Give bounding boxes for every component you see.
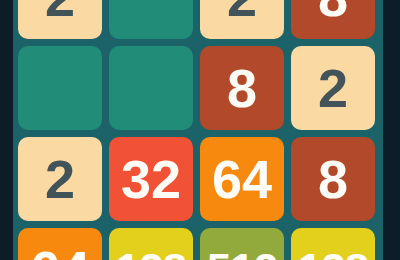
tile-r1c3: 2 [200,0,284,39]
game-board[interactable]: 2 2 8 8 2 2 32 64 8 64 128 512 128 [13,0,383,260]
tile-grid: 2 2 8 8 2 2 32 64 8 64 128 512 128 [18,0,375,260]
empty-cell-r2c2 [109,46,193,130]
tile-r1c1: 2 [18,0,102,39]
tile-r3c3: 64 [200,137,284,221]
tile-r4c3: 512 [200,228,284,260]
tile-r3c1: 2 [18,137,102,221]
tile-r4c4: 128 [291,228,375,260]
empty-cell-r1c2 [109,0,193,39]
tile-r4c2: 128 [109,228,193,260]
tile-r2c4: 2 [291,46,375,130]
tile-r3c4: 8 [291,137,375,221]
empty-cell-r2c1 [18,46,102,130]
tile-r4c1: 64 [18,228,102,260]
tile-r2c3: 8 [200,46,284,130]
tile-r3c2: 32 [109,137,193,221]
tile-r1c4: 8 [291,0,375,39]
